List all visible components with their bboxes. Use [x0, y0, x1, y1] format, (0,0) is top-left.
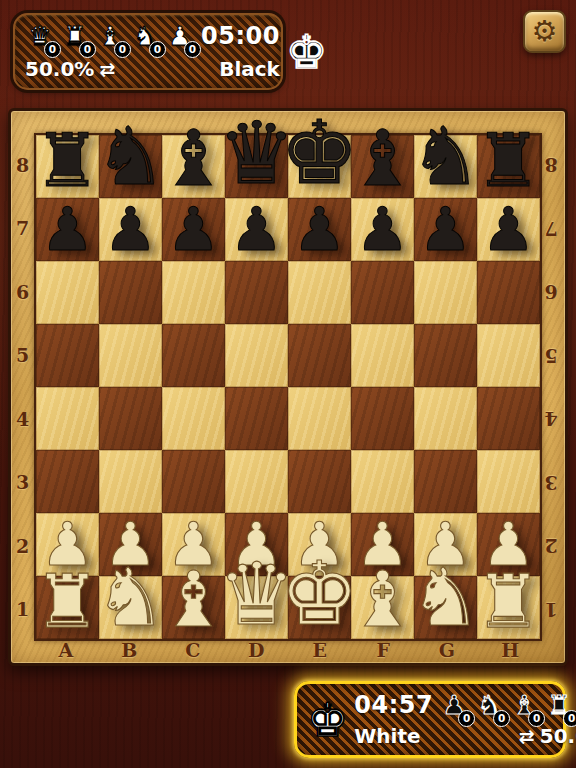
square-g7[interactable]: ♟ — [414, 198, 477, 261]
file-label-a: A — [34, 637, 98, 663]
square-h2[interactable]: ♟ — [477, 513, 540, 576]
square-e2[interactable]: ♟ — [288, 513, 351, 576]
square-b4[interactable] — [99, 387, 162, 450]
file-label-f: F — [352, 637, 416, 663]
black-win-rate: 50.0% — [25, 57, 94, 81]
square-f1[interactable]: ♝ — [351, 576, 414, 639]
square-c6[interactable] — [162, 261, 225, 324]
white-panel-right-column: ♟0♞0♝0♜0♛0 ⇄ 50.0% — [439, 691, 576, 748]
square-b6[interactable] — [99, 261, 162, 324]
square-b5[interactable] — [99, 324, 162, 387]
rank-label-2: 2 — [537, 514, 565, 578]
captured-count-badge: 0 — [114, 41, 131, 58]
rank-label-3: 3 — [537, 451, 565, 515]
square-f5[interactable] — [351, 324, 414, 387]
captured-count-badge: 0 — [458, 710, 475, 727]
white-pawn[interactable]: ♟ — [41, 516, 95, 573]
file-label-e: E — [288, 637, 352, 663]
square-c1[interactable]: ♝ — [162, 576, 225, 639]
captured-pawn-counter: ♟0 — [165, 23, 195, 55]
square-h4[interactable] — [477, 387, 540, 450]
square-e3[interactable] — [288, 450, 351, 513]
captured-pawn-counter: ♟0 — [439, 692, 469, 724]
rank-label-8: 8 — [11, 133, 34, 197]
white-rook[interactable]: ♜ — [475, 566, 541, 636]
square-d2[interactable]: ♟ — [225, 513, 288, 576]
square-c7[interactable]: ♟ — [162, 198, 225, 261]
captured-knight-counter: ♞0 — [474, 692, 504, 724]
square-c3[interactable] — [162, 450, 225, 513]
square-d3[interactable] — [225, 450, 288, 513]
white-player-panel: ♚ 04:57 White ♟0♞0♝0♜0♛0 ⇄ 50.0% — [294, 681, 566, 758]
square-h7[interactable]: ♟ — [477, 198, 540, 261]
rank-label-6: 6 — [11, 260, 34, 324]
black-pawn[interactable]: ♟ — [356, 201, 410, 258]
captured-knight-counter: ♞0 — [130, 23, 160, 55]
square-e6[interactable] — [288, 261, 351, 324]
black-bishop[interactable]: ♝ — [159, 122, 228, 195]
black-panel-mid-column: 05:00 Black — [201, 22, 280, 81]
file-label-c: C — [161, 637, 225, 663]
square-c2[interactable]: ♟ — [162, 513, 225, 576]
square-b3[interactable] — [99, 450, 162, 513]
square-h6[interactable] — [477, 261, 540, 324]
black-rook[interactable]: ♜ — [475, 125, 541, 195]
square-f7[interactable]: ♟ — [351, 198, 414, 261]
white-captured-pieces-row: ♟0♞0♝0♜0♛0 — [439, 692, 576, 724]
black-pawn[interactable]: ♟ — [104, 201, 158, 258]
white-pawn[interactable]: ♟ — [482, 516, 536, 573]
square-d1[interactable]: ♛ — [225, 576, 288, 639]
chess-board: ♜♞♝♛♚♝♞♜♟♟♟♟♟♟♟♟♟♟♟♟♟♟♟♟♜♞♝♛♚♝♞♜ 8765432… — [8, 108, 568, 666]
rank-label-5: 5 — [537, 324, 565, 388]
square-d4[interactable] — [225, 387, 288, 450]
chess-app-screen: ♛0♜0♝0♞0♟0 50.0% ⇄ 05:00 Black ♚ ⚙ ♜♞♝♛♚… — [0, 0, 576, 768]
captured-rook-counter: ♜0 — [544, 692, 574, 724]
rank-labels-left: 87654321 — [11, 133, 34, 641]
rank-label-7: 7 — [11, 197, 34, 261]
file-label-b: B — [98, 637, 162, 663]
square-g6[interactable] — [414, 261, 477, 324]
square-a7[interactable]: ♟ — [36, 198, 99, 261]
black-pawn[interactable]: ♟ — [41, 201, 95, 258]
square-a5[interactable] — [36, 324, 99, 387]
square-d7[interactable]: ♟ — [225, 198, 288, 261]
black-pawn[interactable]: ♟ — [230, 201, 284, 258]
captured-count-badge: 0 — [44, 41, 61, 58]
square-d5[interactable] — [225, 324, 288, 387]
black-king-icon: ♚ — [286, 29, 327, 75]
white-pawn[interactable]: ♟ — [230, 516, 284, 573]
rank-label-6: 6 — [537, 260, 565, 324]
square-d6[interactable] — [225, 261, 288, 324]
square-c4[interactable] — [162, 387, 225, 450]
captured-rook-counter: ♜0 — [60, 23, 90, 55]
captured-bishop-counter: ♝0 — [95, 23, 125, 55]
black-pawn[interactable]: ♟ — [293, 201, 347, 258]
captured-bishop-counter: ♝0 — [509, 692, 539, 724]
black-queen[interactable]: ♛ — [218, 113, 295, 195]
square-g3[interactable] — [414, 450, 477, 513]
square-e1[interactable]: ♚ — [288, 576, 351, 639]
square-a4[interactable] — [36, 387, 99, 450]
black-captured-pieces-row: ♛0♜0♝0♞0♟0 — [25, 23, 195, 55]
rank-label-4: 4 — [11, 387, 34, 451]
swap-sides-icon: ⇄ — [519, 725, 535, 747]
square-h3[interactable] — [477, 450, 540, 513]
black-king[interactable]: ♚ — [280, 111, 359, 195]
black-panel-left-column: ♛0♜0♝0♞0♟0 50.0% ⇄ — [25, 22, 195, 81]
white-pawn[interactable]: ♟ — [419, 516, 473, 573]
square-g4[interactable] — [414, 387, 477, 450]
square-g8[interactable]: ♞ — [414, 135, 477, 198]
white-win-rate: 50.0% — [540, 724, 576, 748]
square-f4[interactable] — [351, 387, 414, 450]
white-king-icon: ♚ — [307, 697, 348, 743]
square-a2[interactable]: ♟ — [36, 513, 99, 576]
black-player-name: Black — [219, 57, 280, 81]
board-squares: ♜♞♝♛♚♝♞♜♟♟♟♟♟♟♟♟♟♟♟♟♟♟♟♟♜♞♝♛♚♝♞♜ — [34, 133, 542, 641]
square-a3[interactable] — [36, 450, 99, 513]
captured-count-badge: 0 — [79, 41, 96, 58]
white-pawn[interactable]: ♟ — [293, 516, 347, 573]
square-f6[interactable] — [351, 261, 414, 324]
square-a1[interactable]: ♜ — [36, 576, 99, 639]
square-c5[interactable] — [162, 324, 225, 387]
square-b8[interactable]: ♞ — [99, 135, 162, 198]
captured-count-badge: 0 — [184, 41, 201, 58]
white-rook[interactable]: ♜ — [34, 566, 100, 636]
captured-count-badge: 0 — [149, 41, 166, 58]
rank-label-4: 4 — [537, 387, 565, 451]
square-d8[interactable]: ♛ — [225, 135, 288, 198]
square-f3[interactable] — [351, 450, 414, 513]
black-knight[interactable]: ♞ — [410, 119, 482, 195]
black-pawn[interactable]: ♟ — [167, 201, 221, 258]
square-e5[interactable] — [288, 324, 351, 387]
white-pawn[interactable]: ♟ — [104, 516, 158, 573]
black-bishop[interactable]: ♝ — [348, 122, 417, 195]
square-g2[interactable]: ♟ — [414, 513, 477, 576]
white-pawn[interactable]: ♟ — [167, 516, 221, 573]
rank-label-1: 1 — [537, 578, 565, 642]
square-f2[interactable]: ♟ — [351, 513, 414, 576]
rank-label-8: 8 — [537, 133, 565, 197]
file-labels-bottom: ABCDEFGH — [34, 637, 542, 663]
file-label-g: G — [415, 637, 479, 663]
rank-label-1: 1 — [11, 578, 34, 642]
white-player-name: White — [354, 724, 433, 748]
white-clock: 04:57 — [354, 691, 433, 719]
captured-count-badge: 0 — [493, 710, 510, 727]
square-e8[interactable]: ♚ — [288, 135, 351, 198]
square-h8[interactable]: ♜ — [477, 135, 540, 198]
file-label-h: H — [479, 637, 543, 663]
square-e7[interactable]: ♟ — [288, 198, 351, 261]
square-h1[interactable]: ♜ — [477, 576, 540, 639]
square-f8[interactable]: ♝ — [351, 135, 414, 198]
file-label-d: D — [225, 637, 289, 663]
square-b2[interactable]: ♟ — [99, 513, 162, 576]
white-panel-mid-column: 04:57 White — [354, 691, 433, 748]
square-a8[interactable]: ♜ — [36, 135, 99, 198]
black-knight[interactable]: ♞ — [95, 119, 167, 195]
black-pawn[interactable]: ♟ — [482, 201, 536, 258]
square-e4[interactable] — [288, 387, 351, 450]
captured-count-badge: 0 — [563, 710, 576, 727]
square-h5[interactable] — [477, 324, 540, 387]
settings-button[interactable]: ⚙ — [523, 10, 566, 53]
rank-label-7: 7 — [537, 197, 565, 261]
black-rook[interactable]: ♜ — [34, 125, 100, 195]
rank-labels-right: 87654321 — [537, 133, 565, 641]
square-b1[interactable]: ♞ — [99, 576, 162, 639]
square-c8[interactable]: ♝ — [162, 135, 225, 198]
black-pawn[interactable]: ♟ — [419, 201, 473, 258]
black-win-rate-row: 50.0% ⇄ — [25, 57, 195, 81]
square-b7[interactable]: ♟ — [99, 198, 162, 261]
square-g5[interactable] — [414, 324, 477, 387]
black-player-panel: ♛0♜0♝0♞0♟0 50.0% ⇄ 05:00 Black ♚ — [13, 13, 283, 90]
square-a6[interactable] — [36, 261, 99, 324]
rank-label-5: 5 — [11, 324, 34, 388]
white-win-rate-row: ⇄ 50.0% — [519, 724, 576, 748]
rank-label-2: 2 — [11, 514, 34, 578]
white-pawn[interactable]: ♟ — [356, 516, 410, 573]
swap-sides-icon: ⇄ — [99, 58, 115, 80]
rank-label-3: 3 — [11, 451, 34, 515]
square-g1[interactable]: ♞ — [414, 576, 477, 639]
captured-queen-counter: ♛0 — [25, 23, 55, 55]
gear-icon: ⚙ — [532, 17, 558, 46]
black-clock: 05:00 — [201, 22, 280, 50]
